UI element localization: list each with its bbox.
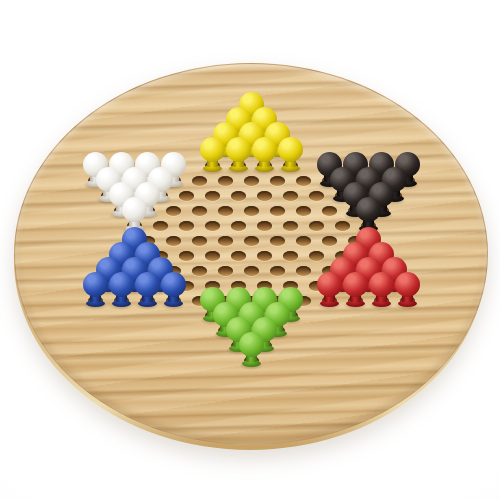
board-cell [212,263,238,278]
board-cell [225,158,251,173]
peg-blue[interactable] [134,272,160,310]
peg-yellow[interactable] [277,137,303,175]
board-hole[interactable] [218,266,233,276]
peg-ball [109,272,134,297]
board-hole[interactable] [192,266,207,276]
board-cell [225,248,251,263]
board-cell [303,218,329,233]
peg-blue[interactable] [108,272,134,310]
board-hole[interactable] [244,266,259,276]
board-cell [264,263,290,278]
peg-ball [356,197,381,222]
board-cell [277,248,303,263]
peg-ball [252,137,277,162]
board-cell [303,188,329,203]
board-hole[interactable] [205,221,220,231]
board-cell [238,233,264,248]
board-hole[interactable] [296,206,311,216]
board-hole[interactable] [296,176,311,186]
board-cell [264,203,290,218]
board-hole[interactable] [231,191,246,201]
board-cell [238,173,264,188]
board-cell [238,263,264,278]
peg-green[interactable] [238,332,264,370]
board-cell [160,233,186,248]
board-cell [147,218,173,233]
board-cell [277,188,303,203]
board-hole[interactable] [309,191,324,201]
board-cell [251,188,277,203]
peg-ball [239,332,264,357]
board-hole[interactable] [270,176,285,186]
board-hole[interactable] [322,236,337,246]
board-cell [225,188,251,203]
peg-blue[interactable] [160,272,186,310]
board-hole[interactable] [257,251,272,261]
board-cell [199,188,225,203]
board-hole[interactable] [283,191,298,201]
peg-red[interactable] [342,272,368,310]
board-hole[interactable] [192,236,207,246]
board-cell [108,293,134,308]
board-cell [212,203,238,218]
board-cell [173,218,199,233]
board-cell [290,173,316,188]
board-cell [277,218,303,233]
board-hole[interactable] [166,206,181,216]
board-hole[interactable] [205,251,220,261]
board-hole[interactable] [283,251,298,261]
board-cell [329,218,355,233]
peg-ball [395,272,420,297]
board-hole[interactable] [257,221,272,231]
board-cell [290,263,316,278]
peg-ball [317,272,342,297]
board-hole[interactable] [270,206,285,216]
board-cell [199,218,225,233]
board-cell [277,158,303,173]
peg-ball [83,272,108,297]
board-cell [212,233,238,248]
board-surface [14,63,488,445]
board-cell [225,218,251,233]
peg-yellow[interactable] [225,137,251,175]
board-hole[interactable] [192,206,207,216]
peg-ball [122,197,147,222]
board-cell [264,173,290,188]
board-cell [290,233,316,248]
board-hole[interactable] [153,221,168,231]
board-cell [160,293,186,308]
board-hole[interactable] [244,176,259,186]
board-cell [134,293,160,308]
board-hole[interactable] [218,236,233,246]
board-cell [186,173,212,188]
board-hole[interactable] [296,236,311,246]
board-cell [238,353,264,368]
peg-yellow[interactable] [251,137,277,175]
board-hole[interactable] [218,206,233,216]
peg-red[interactable] [394,272,420,310]
board-cell [251,158,277,173]
board-hole[interactable] [283,221,298,231]
board-cell [368,293,394,308]
board-hole[interactable] [270,266,285,276]
board-hole[interactable] [322,206,337,216]
board-hole[interactable] [244,206,259,216]
peg-ball [278,137,303,162]
board-cell [394,293,420,308]
board-cell [199,248,225,263]
board-cell [186,203,212,218]
board-hole[interactable] [166,236,181,246]
board-cell [264,233,290,248]
board-hole[interactable] [218,176,233,186]
photo-background [0,0,500,500]
board-cell [186,233,212,248]
peg-yellow[interactable] [199,137,225,175]
board-hole[interactable] [192,176,207,186]
board-cell [199,158,225,173]
board-hole[interactable] [296,266,311,276]
board-hole[interactable] [244,236,259,246]
board-cell [251,248,277,263]
peg-ball [135,272,160,297]
peg-ball [226,137,251,162]
board-hole[interactable] [179,191,194,201]
board-cell [303,248,329,263]
board-hole[interactable] [179,221,194,231]
peg-ball [369,272,394,297]
chinese-checkers-board [0,0,500,500]
board-hole[interactable] [231,251,246,261]
board-cell [173,188,199,203]
board-hole[interactable] [309,221,324,231]
board-hole[interactable] [335,221,350,231]
board-hole[interactable] [257,191,272,201]
peg-red[interactable] [316,272,342,310]
peg-grid [82,113,420,368]
board-cell [173,248,199,263]
board-cell [316,233,342,248]
peg-blue[interactable] [82,272,108,310]
board-cell [290,203,316,218]
board-row [82,353,420,368]
board-hole[interactable] [309,251,324,261]
board-cell [82,293,108,308]
peg-ball [200,137,225,162]
board-hole[interactable] [179,251,194,261]
peg-ball [161,272,186,297]
board-cell [316,203,342,218]
board-cell [160,203,186,218]
peg-ball [343,272,368,297]
board-hole[interactable] [205,191,220,201]
board-cell [212,173,238,188]
board-cell [342,293,368,308]
board-cell [238,203,264,218]
board-cell [251,218,277,233]
board-hole[interactable] [231,221,246,231]
board-cell [316,293,342,308]
board-hole[interactable] [270,236,285,246]
peg-red[interactable] [368,272,394,310]
board-cell [186,263,212,278]
